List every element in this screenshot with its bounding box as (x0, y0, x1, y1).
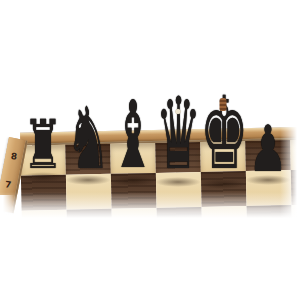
square-e6 (202, 206, 247, 227)
square-a6 (22, 210, 67, 231)
square-d6 (157, 207, 202, 228)
queen-glyph: ♛ (156, 84, 201, 183)
king-wooden-finial (220, 98, 227, 111)
square-c6 (112, 208, 157, 229)
black-pawn-f8: ♟ (240, 133, 296, 181)
square-b6 (67, 209, 112, 230)
square-f6 (247, 205, 292, 226)
bishop-glyph: ♝ (111, 89, 156, 182)
chess-photo-scene: 8 7 ♜♞♝♛♚♟ (0, 0, 300, 300)
rank-label-7: 7 (0, 180, 17, 191)
pawn-glyph: ♟ (243, 117, 292, 181)
square-g6 (292, 204, 300, 225)
queen-ivory-tip (176, 109, 181, 114)
